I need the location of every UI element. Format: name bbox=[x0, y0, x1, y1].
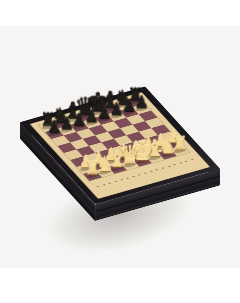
chess-set-scene: ♜♞♝♛♚♝♞♜♟♟♟♟♟♟♟♟♟♟♟♟♟♟♟♟♜♞♝♛♚♝♞♜ bbox=[0, 26, 240, 268]
product-photo: ♜♞♝♛♚♝♞♜♟♟♟♟♟♟♟♟♟♟♟♟♟♟♟♟♜♞♝♛♚♝♞♜ bbox=[0, 26, 240, 268]
chess-case: ♜♞♝♛♚♝♞♜♟♟♟♟♟♟♟♟♟♟♟♟♟♟♟♟♜♞♝♛♚♝♞♜ bbox=[20, 87, 220, 205]
white-rook-glyph: ♜ bbox=[76, 159, 108, 177]
product-photo-page: ♜♞♝♛♚♝♞♜♟♟♟♟♟♟♟♟♟♟♟♟♟♟♟♟♜♞♝♛♚♝♞♜ bbox=[0, 0, 240, 303]
